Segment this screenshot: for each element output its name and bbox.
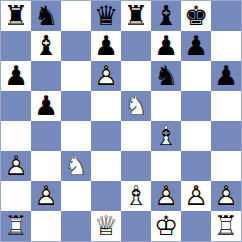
square-d5[interactable] (91, 91, 121, 121)
piece-black-pawn[interactable]: ♟ (31, 91, 61, 121)
piece-black-bishop[interactable]: ♝ (151, 1, 181, 31)
piece-glyph: ♜ (1, 1, 31, 31)
piece-glyph: ♞ (151, 61, 181, 91)
square-e6[interactable] (121, 61, 151, 91)
piece-glyph: ♝ (151, 1, 181, 31)
square-d4[interactable] (91, 121, 121, 151)
square-g4[interactable] (181, 121, 211, 151)
piece-glyph-outline: ♖ (211, 211, 241, 241)
square-f2[interactable]: ♟♙ (151, 181, 181, 211)
square-g6[interactable] (181, 61, 211, 91)
piece-white-bishop[interactable]: ♝♗ (121, 181, 151, 211)
square-c5[interactable] (61, 91, 91, 121)
piece-glyph-outline: ♕ (91, 211, 121, 241)
piece-glyph: ♟ (31, 91, 61, 121)
piece-glyph: ♜ (121, 1, 151, 31)
square-d1[interactable]: ♛♕ (91, 211, 121, 241)
square-f5[interactable] (151, 91, 181, 121)
piece-white-pawn[interactable]: ♟♙ (1, 151, 31, 181)
square-g1[interactable] (181, 211, 211, 241)
piece-glyph: ♝ (31, 31, 61, 61)
piece-white-rook[interactable]: ♜♖ (211, 211, 241, 241)
square-f8[interactable]: ♝ (151, 1, 181, 31)
square-c7[interactable] (61, 31, 91, 61)
square-a5[interactable] (1, 91, 31, 121)
piece-glyph-outline: ♙ (91, 61, 121, 91)
square-e4[interactable] (121, 121, 151, 151)
piece-glyph: ♟ (151, 31, 181, 61)
square-h6[interactable]: ♟ (211, 61, 241, 91)
square-h8[interactable] (211, 1, 241, 31)
square-h3[interactable] (211, 151, 241, 181)
piece-black-pawn[interactable]: ♟ (181, 31, 211, 61)
square-a7[interactable] (1, 31, 31, 61)
square-b3[interactable] (31, 151, 61, 181)
piece-glyph: ♛ (91, 1, 121, 31)
square-g5[interactable] (181, 91, 211, 121)
square-b2[interactable]: ♟♙ (31, 181, 61, 211)
square-g2[interactable]: ♟♙ (181, 181, 211, 211)
square-f6[interactable]: ♞ (151, 61, 181, 91)
square-c3[interactable]: ♞♘ (61, 151, 91, 181)
piece-glyph: ♟ (211, 61, 241, 91)
piece-black-bishop[interactable]: ♝ (31, 31, 61, 61)
piece-black-queen[interactable]: ♛ (91, 1, 121, 31)
square-f4[interactable]: ♝♗ (151, 121, 181, 151)
piece-glyph-outline: ♘ (61, 151, 91, 181)
piece-glyph: ♚ (181, 1, 211, 31)
square-a8[interactable]: ♜ (1, 1, 31, 31)
square-f7[interactable]: ♟ (151, 31, 181, 61)
piece-glyph: ♟ (181, 31, 211, 61)
square-h5[interactable] (211, 91, 241, 121)
piece-glyph: ♟ (91, 31, 121, 61)
piece-glyph-outline: ♙ (181, 181, 211, 211)
square-c1[interactable] (61, 211, 91, 241)
piece-black-knight[interactable]: ♞ (151, 61, 181, 91)
square-f3[interactable] (151, 151, 181, 181)
square-e8[interactable]: ♜ (121, 1, 151, 31)
square-b8[interactable]: ♞ (31, 1, 61, 31)
square-a1[interactable]: ♜♖ (1, 211, 31, 241)
square-d2[interactable] (91, 181, 121, 211)
piece-glyph-outline: ♙ (151, 181, 181, 211)
square-h2[interactable]: ♟♙ (211, 181, 241, 211)
piece-glyph-outline: ♖ (1, 211, 31, 241)
piece-white-pawn[interactable]: ♟♙ (211, 181, 241, 211)
square-d6[interactable]: ♟♙ (91, 61, 121, 91)
piece-white-pawn[interactable]: ♟♙ (31, 181, 61, 211)
piece-glyph-outline: ♙ (211, 181, 241, 211)
square-e1[interactable] (121, 211, 151, 241)
piece-black-pawn[interactable]: ♟ (91, 31, 121, 61)
piece-white-pawn[interactable]: ♟♙ (151, 181, 181, 211)
piece-white-knight[interactable]: ♞♘ (121, 91, 151, 121)
piece-glyph-outline: ♙ (31, 181, 61, 211)
piece-black-pawn[interactable]: ♟ (211, 61, 241, 91)
piece-white-pawn[interactable]: ♟♙ (91, 61, 121, 91)
square-c4[interactable] (61, 121, 91, 151)
square-a6[interactable]: ♟ (1, 61, 31, 91)
square-h7[interactable] (211, 31, 241, 61)
square-f1[interactable]: ♚♔ (151, 211, 181, 241)
piece-glyph-outline: ♘ (121, 91, 151, 121)
square-h4[interactable] (211, 121, 241, 151)
square-b5[interactable]: ♟ (31, 91, 61, 121)
square-a2[interactable] (1, 181, 31, 211)
square-h1[interactable]: ♜♖ (211, 211, 241, 241)
square-b1[interactable] (31, 211, 61, 241)
piece-black-rook[interactable]: ♜ (121, 1, 151, 31)
square-e7[interactable] (121, 31, 151, 61)
square-d3[interactable] (91, 151, 121, 181)
piece-white-king[interactable]: ♚♔ (151, 211, 181, 241)
piece-glyph-outline: ♙ (1, 151, 31, 181)
piece-white-rook[interactable]: ♜♖ (1, 211, 31, 241)
piece-white-pawn[interactable]: ♟♙ (181, 181, 211, 211)
square-e2[interactable]: ♝♗ (121, 181, 151, 211)
piece-white-knight[interactable]: ♞♘ (61, 151, 91, 181)
piece-black-rook[interactable]: ♜ (1, 1, 31, 31)
square-c6[interactable] (61, 61, 91, 91)
square-e3[interactable] (121, 151, 151, 181)
square-b7[interactable]: ♝ (31, 31, 61, 61)
square-e5[interactable]: ♞♘ (121, 91, 151, 121)
square-c8[interactable] (61, 1, 91, 31)
piece-glyph: ♟ (1, 61, 31, 91)
square-a4[interactable] (1, 121, 31, 151)
square-g3[interactable] (181, 151, 211, 181)
square-a3[interactable]: ♟♙ (1, 151, 31, 181)
square-g8[interactable]: ♚ (181, 1, 211, 31)
piece-black-knight[interactable]: ♞ (31, 1, 61, 31)
square-b4[interactable] (31, 121, 61, 151)
piece-black-king[interactable]: ♚ (181, 1, 211, 31)
piece-black-pawn[interactable]: ♟ (151, 31, 181, 61)
square-d8[interactable]: ♛ (91, 1, 121, 31)
piece-glyph-outline: ♔ (151, 211, 181, 241)
square-g7[interactable]: ♟ (181, 31, 211, 61)
piece-white-queen[interactable]: ♛♕ (91, 211, 121, 241)
square-c2[interactable] (61, 181, 91, 211)
square-d7[interactable]: ♟ (91, 31, 121, 61)
piece-glyph-outline: ♗ (151, 121, 181, 151)
piece-black-pawn[interactable]: ♟ (1, 61, 31, 91)
piece-glyph-outline: ♗ (121, 181, 151, 211)
piece-glyph: ♞ (31, 1, 61, 31)
square-b6[interactable] (31, 61, 61, 91)
piece-white-bishop[interactable]: ♝♗ (151, 121, 181, 151)
chess-board[interactable]: ♜♞♛♜♝♚♝♟♟♟♟♟♙♞♟♟♞♘♝♗♟♙♞♘♟♙♝♗♟♙♟♙♟♙♜♖♛♕♚♔… (0, 0, 242, 242)
